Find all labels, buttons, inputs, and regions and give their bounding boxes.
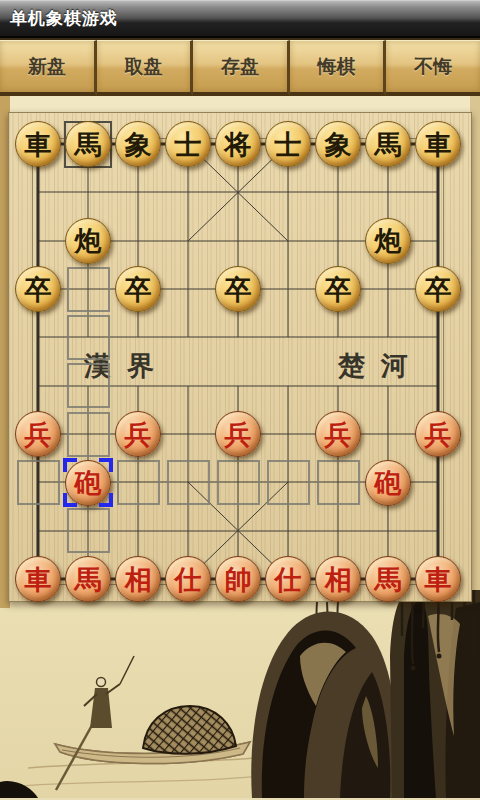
board-point[interactable] [213, 217, 263, 265]
board-point[interactable]: 象 [113, 120, 163, 168]
board-point[interactable] [413, 458, 463, 506]
piece-glyph: 兵 [125, 421, 152, 448]
board-point[interactable]: 士 [163, 120, 213, 168]
board-point[interactable] [263, 507, 313, 555]
board-point[interactable] [363, 313, 413, 361]
move-hint-square[interactable] [117, 460, 160, 505]
board-point[interactable]: 兵 [213, 410, 263, 458]
piece-glyph: 車 [25, 566, 52, 593]
board-point[interactable] [163, 458, 213, 506]
piece-red-advisor[interactable]: 仕 [265, 556, 311, 602]
board-point[interactable]: 象 [313, 120, 363, 168]
board-point[interactable]: 馬 [363, 120, 413, 168]
board-point[interactable] [63, 362, 113, 410]
board-point[interactable]: 兵 [413, 410, 463, 458]
board-point[interactable]: 馬 [63, 120, 113, 168]
piece-black-horse[interactable]: 馬 [365, 121, 411, 167]
board-point[interactable]: 卒 [313, 265, 363, 313]
piece-red-soldier[interactable]: 兵 [315, 411, 361, 457]
board-point[interactable] [113, 458, 163, 506]
board-point[interactable] [163, 217, 213, 265]
piece-black-advisor[interactable]: 士 [165, 121, 211, 167]
board-point[interactable] [263, 217, 313, 265]
board-point[interactable]: 兵 [113, 410, 163, 458]
board-point[interactable]: 仕 [263, 555, 313, 603]
board-point[interactable]: 車 [13, 120, 63, 168]
piece-red-cannon[interactable]: 砲 [65, 460, 111, 506]
toolbar: 新盘 取盘 存盘 悔棋 不悔 [0, 38, 480, 96]
board-point[interactable]: 相 [313, 555, 363, 603]
piece-red-elephant[interactable]: 相 [115, 556, 161, 602]
piece-glyph: 砲 [375, 469, 402, 496]
board-point[interactable] [313, 362, 363, 410]
board-point[interactable]: 兵 [313, 410, 363, 458]
board-point[interactable] [13, 168, 63, 216]
piece-glyph: 兵 [325, 421, 352, 448]
move-hint-square[interactable] [67, 412, 110, 457]
board-point[interactable]: 卒 [13, 265, 63, 313]
piece-black-chariot[interactable]: 車 [415, 121, 461, 167]
board-point[interactable] [13, 217, 63, 265]
piece-black-soldier[interactable]: 卒 [115, 266, 161, 312]
board-point[interactable] [363, 507, 413, 555]
board-point[interactable] [313, 217, 363, 265]
board-point[interactable]: 相 [113, 555, 163, 603]
piece-glyph: 象 [125, 131, 152, 158]
board-point[interactable] [163, 168, 213, 216]
board-point[interactable]: 卒 [113, 265, 163, 313]
board-point[interactable] [363, 265, 413, 313]
board-point[interactable]: 士 [263, 120, 313, 168]
app-screen: 单机象棋游戏 新盘 取盘 存盘 悔棋 不悔 [0, 0, 480, 800]
board-point[interactable] [413, 217, 463, 265]
piece-glyph: 馬 [375, 566, 402, 593]
piece-glyph: 兵 [425, 421, 452, 448]
piece-black-general[interactable]: 将 [215, 121, 261, 167]
piece-glyph: 象 [325, 131, 352, 158]
piece-glyph: 馬 [75, 566, 102, 593]
piece-red-soldier[interactable]: 兵 [215, 411, 261, 457]
board-point[interactable] [63, 168, 113, 216]
board-point[interactable]: 仕 [163, 555, 213, 603]
move-hint-square[interactable] [317, 460, 360, 505]
board-point[interactable] [163, 362, 213, 410]
save-board-button[interactable]: 存盘 [193, 40, 290, 96]
board-point[interactable]: 砲 [63, 458, 113, 506]
piece-black-soldier[interactable]: 卒 [315, 266, 361, 312]
move-hint-square[interactable] [217, 460, 260, 505]
piece-red-chariot[interactable]: 車 [15, 556, 61, 602]
piece-red-horse[interactable]: 馬 [365, 556, 411, 602]
board-point[interactable] [113, 217, 163, 265]
piece-glyph: 卒 [225, 276, 252, 303]
board-point[interactable] [263, 313, 313, 361]
piece-glyph: 兵 [25, 421, 52, 448]
board-point[interactable] [13, 313, 63, 361]
board-point[interactable] [313, 507, 363, 555]
board-point[interactable] [263, 168, 313, 216]
board-point[interactable] [163, 265, 213, 313]
board-point[interactable] [313, 313, 363, 361]
board-point[interactable] [213, 362, 263, 410]
piece-glyph: 卒 [325, 276, 352, 303]
xiangqi-board: 漢界 楚河 車馬象士将士象馬車炮炮卒卒卒卒卒兵兵兵兵兵砲砲車馬相仕帥仕相馬車 [8, 112, 472, 602]
board-point[interactable] [213, 507, 263, 555]
move-hint-square[interactable] [267, 460, 310, 505]
board-point[interactable] [413, 362, 463, 410]
board-point[interactable]: 卒 [413, 265, 463, 313]
piece-black-elephant[interactable]: 象 [315, 121, 361, 167]
app-title: 单机象棋游戏 [10, 7, 118, 30]
board-point[interactable] [163, 410, 213, 458]
piece-glyph: 炮 [75, 227, 102, 254]
piece-glyph: 仕 [175, 566, 202, 593]
board-point[interactable] [213, 313, 263, 361]
piece-glyph: 将 [225, 131, 252, 158]
piece-glyph: 車 [425, 131, 452, 158]
undo-move-button[interactable]: 悔棋 [290, 40, 387, 96]
board-point[interactable] [213, 168, 263, 216]
board-point[interactable] [163, 313, 213, 361]
board-point[interactable]: 炮 [63, 217, 113, 265]
content-area: 漢界 楚河 車馬象士将士象馬車炮炮卒卒卒卒卒兵兵兵兵兵砲砲車馬相仕帥仕相馬車 [0, 96, 480, 798]
board-point[interactable]: 卒 [213, 265, 263, 313]
board-point[interactable]: 帥 [213, 555, 263, 603]
move-hint-square[interactable] [67, 315, 110, 360]
new-board-button[interactable]: 新盘 [0, 40, 97, 96]
piece-glyph: 帥 [225, 566, 252, 593]
board-point[interactable]: 炮 [363, 217, 413, 265]
piece-red-horse[interactable]: 馬 [65, 556, 111, 602]
move-hint-square[interactable] [67, 267, 110, 312]
piece-red-soldier[interactable]: 兵 [415, 411, 461, 457]
move-hint-square[interactable] [67, 508, 110, 553]
piece-black-soldier[interactable]: 卒 [415, 266, 461, 312]
piece-red-general[interactable]: 帥 [215, 556, 261, 602]
cancel-undo-button[interactable]: 不悔 [386, 40, 480, 96]
piece-red-advisor[interactable]: 仕 [165, 556, 211, 602]
board-point[interactable] [363, 168, 413, 216]
board-point[interactable]: 馬 [363, 555, 413, 603]
board-point[interactable] [13, 507, 63, 555]
piece-glyph: 馬 [75, 131, 102, 158]
piece-black-cannon[interactable]: 炮 [65, 218, 111, 264]
piece-black-soldier[interactable]: 卒 [215, 266, 261, 312]
board-point[interactable] [213, 458, 263, 506]
piece-glyph: 車 [425, 566, 452, 593]
board-point[interactable] [163, 507, 213, 555]
move-hint-square[interactable] [67, 363, 110, 408]
board-point[interactable] [13, 458, 63, 506]
board-point[interactable] [263, 362, 313, 410]
piece-red-elephant[interactable]: 相 [315, 556, 361, 602]
piece-black-chariot[interactable]: 車 [15, 121, 61, 167]
board-point[interactable]: 車 [413, 555, 463, 603]
board-point[interactable]: 兵 [13, 410, 63, 458]
board-point[interactable] [263, 265, 313, 313]
piece-black-horse[interactable]: 馬 [65, 121, 111, 167]
board-point[interactable] [63, 410, 113, 458]
piece-glyph: 卒 [125, 276, 152, 303]
piece-glyph: 卒 [425, 276, 452, 303]
piece-black-advisor[interactable]: 士 [265, 121, 311, 167]
board-point[interactable] [413, 507, 463, 555]
board-point[interactable]: 馬 [63, 555, 113, 603]
board-point[interactable] [363, 410, 413, 458]
piece-glyph: 卒 [25, 276, 52, 303]
board-point[interactable] [63, 265, 113, 313]
board-point[interactable] [113, 362, 163, 410]
board-point[interactable]: 車 [413, 120, 463, 168]
board-point[interactable]: 車 [13, 555, 63, 603]
board-point[interactable] [13, 362, 63, 410]
piece-red-cannon[interactable]: 砲 [365, 460, 411, 506]
piece-glyph: 士 [175, 131, 202, 158]
board-point[interactable] [63, 507, 113, 555]
piece-red-soldier[interactable]: 兵 [115, 411, 161, 457]
title-bar: 单机象棋游戏 [0, 0, 480, 38]
piece-glyph: 士 [275, 131, 302, 158]
board-point[interactable] [113, 168, 163, 216]
piece-glyph: 相 [125, 566, 152, 593]
board-point[interactable] [63, 313, 113, 361]
piece-black-elephant[interactable]: 象 [115, 121, 161, 167]
piece-red-soldier[interactable]: 兵 [15, 411, 61, 457]
piece-black-cannon[interactable]: 炮 [365, 218, 411, 264]
board-point[interactable] [313, 168, 363, 216]
board-point[interactable] [113, 507, 163, 555]
board-point[interactable] [263, 458, 313, 506]
board-point[interactable] [113, 313, 163, 361]
move-hint-square[interactable] [17, 460, 60, 505]
piece-glyph: 車 [25, 131, 52, 158]
board-point[interactable] [313, 458, 363, 506]
piece-glyph: 相 [325, 566, 352, 593]
piece-black-soldier[interactable]: 卒 [15, 266, 61, 312]
board-point[interactable]: 砲 [363, 458, 413, 506]
move-hint-square[interactable] [167, 460, 210, 505]
piece-glyph: 砲 [75, 469, 102, 496]
load-board-button[interactable]: 取盘 [97, 40, 194, 96]
piece-glyph: 兵 [225, 421, 252, 448]
board-point[interactable] [413, 168, 463, 216]
board-grid[interactable]: 車馬象士将士象馬車炮炮卒卒卒卒卒兵兵兵兵兵砲砲車馬相仕帥仕相馬車 [13, 120, 463, 604]
board-point[interactable] [263, 410, 313, 458]
piece-glyph: 仕 [275, 566, 302, 593]
piece-glyph: 炮 [375, 227, 402, 254]
board-point[interactable]: 将 [213, 120, 263, 168]
piece-glyph: 馬 [375, 131, 402, 158]
board-point[interactable] [363, 362, 413, 410]
piece-red-chariot[interactable]: 車 [415, 556, 461, 602]
board-point[interactable] [413, 313, 463, 361]
